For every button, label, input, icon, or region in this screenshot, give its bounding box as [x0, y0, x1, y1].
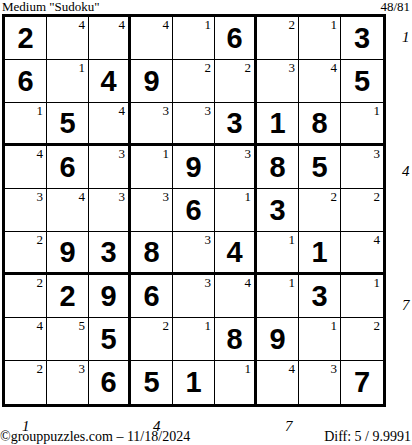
pencil-mark: 3 [289, 60, 296, 75]
given-digit: 6 [173, 189, 214, 231]
cell-r7c1[interactable]: 2 [5, 275, 47, 318]
pencil-mark: 4 [119, 103, 126, 118]
pencil-mark: 1 [289, 232, 296, 247]
cell-r8c8[interactable]: 1 [299, 318, 341, 361]
footer-bar: ©grouppuzzles.com – 11/18/2024 Diff: 5 /… [0, 429, 411, 444]
cell-r1c3[interactable]: 4 [89, 17, 131, 60]
cell-r9c7[interactable]: 4 [257, 361, 299, 404]
pencil-mark: 2 [37, 275, 44, 290]
pencil-mark: 2 [205, 60, 212, 75]
pencil-mark: 1 [374, 275, 381, 290]
cell-r8c9[interactable]: 2 [341, 318, 383, 361]
pencil-mark: 4 [289, 361, 296, 376]
cell-r2c9[interactable]: 5 [341, 60, 383, 103]
cell-r8c7[interactable]: 9 [257, 318, 299, 361]
cell-r6c8[interactable]: 1 [299, 232, 341, 275]
cell-r7c9[interactable]: 1 [341, 275, 383, 318]
cell-r8c5[interactable]: 1 [173, 318, 215, 361]
given-digit: 9 [89, 275, 128, 317]
cell-r7c8[interactable]: 3 [299, 275, 341, 318]
given-digit: 6 [5, 60, 46, 102]
cell-r5c9[interactable]: 2 [341, 189, 383, 232]
cell-r4c6[interactable]: 3 [215, 146, 257, 189]
pencil-mark: 1 [37, 103, 44, 118]
given-digit: 5 [131, 361, 172, 404]
pencil-mark: 1 [331, 17, 338, 32]
given-digit: 1 [257, 103, 298, 143]
pencil-mark: 3 [205, 275, 212, 290]
pencil-mark: 1 [205, 318, 212, 333]
pencil-mark: 4 [79, 189, 86, 204]
cell-r9c3[interactable]: 6 [89, 361, 131, 404]
cell-r2c7[interactable]: 3 [257, 60, 299, 103]
cell-r4c2[interactable]: 6 [47, 146, 89, 189]
pencil-mark: 2 [37, 232, 44, 247]
cell-r1c4[interactable]: 4 [131, 17, 173, 60]
cell-r4c4[interactable]: 1 [131, 146, 173, 189]
cell-r9c1[interactable]: 2 [5, 361, 47, 404]
pencil-mark: 2 [163, 318, 170, 333]
pencil-mark: 4 [119, 17, 126, 32]
cell-r1c5[interactable]: 1 [173, 17, 215, 60]
cell-r8c3[interactable]: 5 [89, 318, 131, 361]
copyright-text: ©grouppuzzles.com – 11/18/2024 [0, 429, 190, 444]
cell-r3c6[interactable]: 3 [215, 103, 257, 146]
cell-r3c4[interactable]: 3 [131, 103, 173, 146]
pencil-mark: 3 [79, 361, 86, 376]
pencil-mark: 3 [163, 103, 170, 118]
given-digit: 7 [341, 361, 383, 404]
cell-r1c7[interactable]: 2 [257, 17, 299, 60]
pencil-mark: 2 [374, 189, 381, 204]
cell-r2c4[interactable]: 9 [131, 60, 173, 103]
given-digit: 9 [257, 318, 298, 360]
given-digit: 5 [341, 60, 383, 102]
progress-counter: 48/81 [380, 0, 410, 13]
sudoku-page: Medium "Sudoku" 48/81 244416213614922345… [0, 0, 412, 445]
cell-r9c8[interactable]: 3 [299, 361, 341, 404]
pencil-mark: 1 [331, 318, 338, 333]
cell-r1c2[interactable]: 4 [47, 17, 89, 60]
pencil-mark: 3 [205, 232, 212, 247]
given-digit: 3 [341, 17, 383, 59]
difficulty-text: Diff: 5 / 9.9991 [324, 429, 411, 444]
given-digit: 1 [173, 361, 214, 404]
given-digit: 8 [299, 103, 340, 143]
pencil-mark: 1 [245, 361, 252, 376]
pencil-mark: 3 [37, 189, 44, 204]
pencil-mark: 4 [163, 17, 170, 32]
given-digit: 4 [215, 232, 254, 272]
pencil-mark: 1 [205, 17, 212, 32]
cell-r3c2[interactable]: 5 [47, 103, 89, 146]
cell-r2c3[interactable]: 4 [89, 60, 131, 103]
given-digit: 6 [89, 361, 128, 404]
cell-r6c2[interactable]: 9 [47, 232, 89, 275]
cell-r1c1[interactable]: 2 [5, 17, 47, 60]
cell-r5c4[interactable]: 3 [131, 189, 173, 232]
cell-r2c2[interactable]: 1 [47, 60, 89, 103]
cell-r5c8[interactable]: 2 [299, 189, 341, 232]
cell-r3c5[interactable]: 3 [173, 103, 215, 146]
cell-r9c6[interactable]: 1 [215, 361, 257, 404]
cell-r6c9[interactable]: 4 [341, 232, 383, 275]
sudoku-board: 2444162136149223451543331814631938533433… [2, 14, 386, 407]
cell-r1c9[interactable]: 3 [341, 17, 383, 60]
given-digit: 2 [47, 275, 88, 317]
pencil-mark: 1 [245, 189, 252, 204]
pencil-mark: 4 [374, 232, 381, 247]
cell-r2c8[interactable]: 4 [299, 60, 341, 103]
pencil-mark: 1 [289, 275, 296, 290]
given-digit: 3 [257, 189, 298, 231]
cell-r6c5[interactable]: 3 [173, 232, 215, 275]
pencil-mark: 4 [37, 318, 44, 333]
cell-r4c1[interactable]: 4 [5, 146, 47, 189]
cell-r8c6[interactable]: 8 [215, 318, 257, 361]
cell-r5c2[interactable]: 4 [47, 189, 89, 232]
given-digit: 5 [89, 318, 128, 360]
cell-r9c2[interactable]: 3 [47, 361, 89, 404]
cell-r6c7[interactable]: 1 [257, 232, 299, 275]
given-digit: 8 [215, 318, 254, 360]
pencil-mark: 4 [331, 60, 338, 75]
given-digit: 3 [299, 275, 340, 317]
cell-r1c8[interactable]: 1 [299, 17, 341, 60]
pencil-mark: 4 [79, 17, 86, 32]
pencil-mark: 3 [245, 146, 252, 161]
cell-r8c4[interactable]: 2 [131, 318, 173, 361]
cell-r4c9[interactable]: 3 [341, 146, 383, 189]
given-digit: 6 [47, 146, 88, 188]
cell-r4c8[interactable]: 5 [299, 146, 341, 189]
cell-r8c1[interactable]: 4 [5, 318, 47, 361]
pencil-mark: 2 [245, 60, 252, 75]
pencil-mark: 3 [374, 146, 381, 161]
cell-r3c3[interactable]: 4 [89, 103, 131, 146]
pencil-mark: 5 [79, 318, 86, 333]
cell-r7c6[interactable]: 4 [215, 275, 257, 318]
pencil-mark: 1 [163, 146, 170, 161]
cell-r7c7[interactable]: 1 [257, 275, 299, 318]
pencil-mark: 3 [205, 103, 212, 118]
pencil-mark: 2 [37, 361, 44, 376]
given-digit: 6 [131, 275, 172, 317]
given-digit: 3 [89, 232, 128, 272]
pencil-mark: 2 [289, 17, 296, 32]
cell-r4c7[interactable]: 8 [257, 146, 299, 189]
cell-r7c5[interactable]: 3 [173, 275, 215, 318]
cell-r3c1[interactable]: 1 [5, 103, 47, 146]
pencil-mark: 1 [79, 60, 86, 75]
pencil-mark: 3 [119, 189, 126, 204]
given-digit: 9 [173, 146, 214, 188]
given-digit: 5 [47, 103, 88, 143]
title-bar: Medium "Sudoku" 48/81 [2, 0, 410, 13]
pencil-mark: 2 [374, 318, 381, 333]
pencil-mark: 2 [331, 189, 338, 204]
cell-r5c6[interactable]: 1 [215, 189, 257, 232]
cell-r6c4[interactable]: 8 [131, 232, 173, 275]
pencil-mark: 3 [119, 146, 126, 161]
given-digit: 9 [131, 60, 172, 102]
cell-r9c5[interactable]: 1 [173, 361, 215, 404]
given-digit: 8 [257, 146, 298, 188]
given-digit: 9 [47, 232, 88, 272]
puzzle-title: Medium "Sudoku" [2, 0, 100, 13]
row-label-4: 4 [402, 164, 412, 179]
given-digit: 8 [131, 232, 172, 272]
cell-r2c1[interactable]: 6 [5, 60, 47, 103]
cell-r5c3[interactable]: 3 [89, 189, 131, 232]
pencil-mark: 3 [163, 189, 170, 204]
cell-r2c6[interactable]: 2 [215, 60, 257, 103]
cell-r3c8[interactable]: 8 [299, 103, 341, 146]
cell-r9c4[interactable]: 5 [131, 361, 173, 404]
cell-r2c5[interactable]: 2 [173, 60, 215, 103]
cell-r5c7[interactable]: 3 [257, 189, 299, 232]
given-digit: 2 [5, 17, 46, 59]
given-digit: 1 [299, 232, 340, 272]
pencil-mark: 4 [37, 146, 44, 161]
pencil-mark: 3 [331, 361, 338, 376]
cell-r3c7[interactable]: 1 [257, 103, 299, 146]
given-digit: 5 [299, 146, 340, 188]
cell-r8c2[interactable]: 5 [47, 318, 89, 361]
cell-r7c4[interactable]: 6 [131, 275, 173, 318]
cell-r6c6[interactable]: 4 [215, 232, 257, 275]
cell-r5c5[interactable]: 6 [173, 189, 215, 232]
pencil-mark: 1 [374, 103, 381, 118]
cell-r1c6[interactable]: 6 [215, 17, 257, 60]
cell-r5c1[interactable]: 3 [5, 189, 47, 232]
given-digit: 6 [215, 17, 254, 59]
given-digit: 3 [215, 103, 254, 143]
cell-r6c3[interactable]: 3 [89, 232, 131, 275]
cell-r9c9[interactable]: 7 [341, 361, 383, 404]
cell-r6c1[interactable]: 2 [5, 232, 47, 275]
row-label-1: 1 [402, 30, 412, 45]
cell-r4c5[interactable]: 9 [173, 146, 215, 189]
cell-r4c3[interactable]: 3 [89, 146, 131, 189]
pencil-mark: 4 [245, 275, 252, 290]
given-digit: 4 [89, 60, 128, 102]
cell-r7c2[interactable]: 2 [47, 275, 89, 318]
cell-r7c3[interactable]: 9 [89, 275, 131, 318]
row-label-7: 7 [402, 298, 412, 313]
cell-r3c9[interactable]: 1 [341, 103, 383, 146]
